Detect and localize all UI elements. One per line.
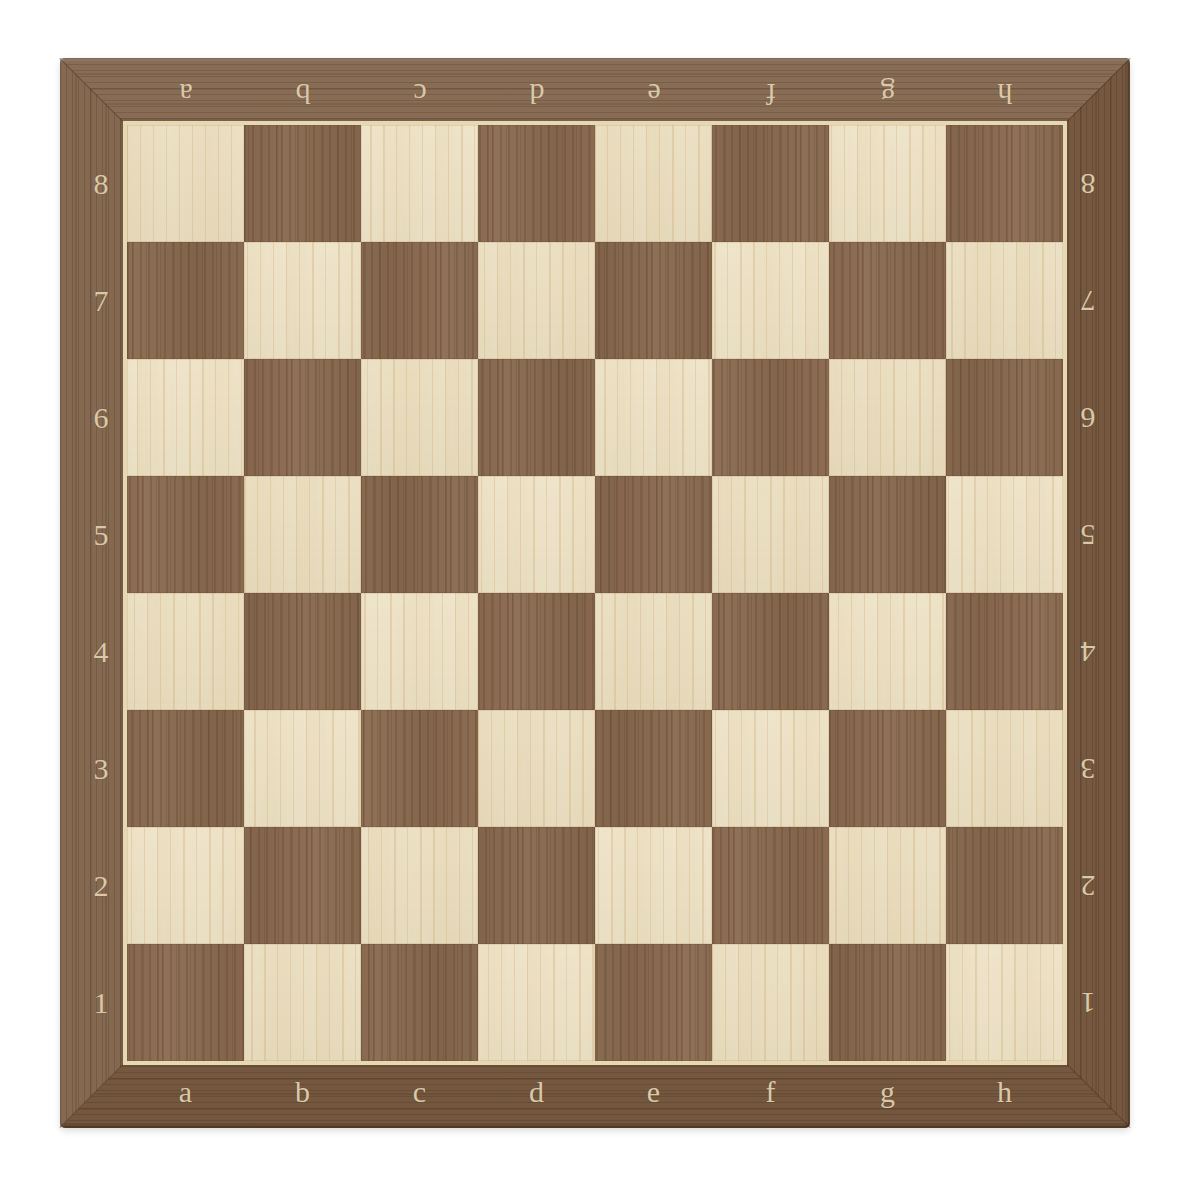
file-label-bottom-g: g bbox=[880, 1077, 895, 1107]
square-c4[interactable] bbox=[361, 593, 478, 710]
square-g3[interactable] bbox=[829, 710, 946, 827]
square-e6[interactable] bbox=[595, 359, 712, 476]
square-h1[interactable] bbox=[946, 944, 1063, 1061]
square-f3[interactable] bbox=[712, 710, 829, 827]
square-e8[interactable] bbox=[595, 125, 712, 242]
square-e1[interactable] bbox=[595, 944, 712, 1061]
rank-label-right-3: 3 bbox=[1081, 754, 1096, 784]
file-label-top-a: a bbox=[179, 79, 192, 109]
rank-label-left-5: 5 bbox=[94, 520, 109, 550]
file-label-bottom-h: h bbox=[997, 1077, 1012, 1107]
square-h8[interactable] bbox=[946, 125, 1063, 242]
file-label-top-e: e bbox=[647, 79, 660, 109]
rank-label-left-8: 8 bbox=[94, 169, 109, 199]
rank-label-right-2: 2 bbox=[1081, 871, 1096, 901]
square-g5[interactable] bbox=[829, 476, 946, 593]
square-h5[interactable] bbox=[946, 476, 1063, 593]
square-a2[interactable] bbox=[127, 827, 244, 944]
square-b1[interactable] bbox=[244, 944, 361, 1061]
square-h4[interactable] bbox=[946, 593, 1063, 710]
rank-label-right-7: 7 bbox=[1081, 286, 1096, 316]
file-label-bottom-a: a bbox=[179, 1077, 192, 1107]
square-f6[interactable] bbox=[712, 359, 829, 476]
square-f5[interactable] bbox=[712, 476, 829, 593]
square-a4[interactable] bbox=[127, 593, 244, 710]
square-b6[interactable] bbox=[244, 359, 361, 476]
square-d8[interactable] bbox=[478, 125, 595, 242]
square-b4[interactable] bbox=[244, 593, 361, 710]
rank-label-right-8: 8 bbox=[1081, 169, 1096, 199]
square-g6[interactable] bbox=[829, 359, 946, 476]
square-f8[interactable] bbox=[712, 125, 829, 242]
rank-label-left-6: 6 bbox=[94, 403, 109, 433]
square-g2[interactable] bbox=[829, 827, 946, 944]
square-e4[interactable] bbox=[595, 593, 712, 710]
square-g1[interactable] bbox=[829, 944, 946, 1061]
file-label-top-h: h bbox=[997, 79, 1012, 109]
square-b8[interactable] bbox=[244, 125, 361, 242]
rank-label-right-1: 1 bbox=[1081, 988, 1096, 1018]
square-e5[interactable] bbox=[595, 476, 712, 593]
file-label-bottom-c: c bbox=[413, 1077, 426, 1107]
square-h7[interactable] bbox=[946, 242, 1063, 359]
square-c5[interactable] bbox=[361, 476, 478, 593]
square-h2[interactable] bbox=[946, 827, 1063, 944]
square-b5[interactable] bbox=[244, 476, 361, 593]
square-e2[interactable] bbox=[595, 827, 712, 944]
square-d6[interactable] bbox=[478, 359, 595, 476]
rank-label-right-5: 5 bbox=[1081, 520, 1096, 550]
square-a8[interactable] bbox=[127, 125, 244, 242]
rank-label-left-4: 4 bbox=[94, 637, 109, 667]
square-h3[interactable] bbox=[946, 710, 1063, 827]
file-label-bottom-b: b bbox=[295, 1077, 310, 1107]
square-g4[interactable] bbox=[829, 593, 946, 710]
rank-label-left-2: 2 bbox=[94, 871, 109, 901]
square-d1[interactable] bbox=[478, 944, 595, 1061]
square-c8[interactable] bbox=[361, 125, 478, 242]
rank-label-left-7: 7 bbox=[94, 286, 109, 316]
file-label-top-f: f bbox=[766, 79, 776, 109]
file-label-bottom-e: e bbox=[647, 1077, 660, 1107]
square-d2[interactable] bbox=[478, 827, 595, 944]
rank-label-left-1: 1 bbox=[94, 988, 109, 1018]
square-g8[interactable] bbox=[829, 125, 946, 242]
square-d7[interactable] bbox=[478, 242, 595, 359]
chess-board: aa88bb77cc66dd55ee44ff33gg22hh11 bbox=[60, 58, 1130, 1128]
square-c3[interactable] bbox=[361, 710, 478, 827]
square-b2[interactable] bbox=[244, 827, 361, 944]
board-squares-grid bbox=[123, 121, 1067, 1065]
file-label-bottom-f: f bbox=[766, 1077, 776, 1107]
square-f2[interactable] bbox=[712, 827, 829, 944]
square-f7[interactable] bbox=[712, 242, 829, 359]
square-c2[interactable] bbox=[361, 827, 478, 944]
file-label-top-d: d bbox=[529, 79, 544, 109]
square-d3[interactable] bbox=[478, 710, 595, 827]
square-a1[interactable] bbox=[127, 944, 244, 1061]
file-label-top-b: b bbox=[295, 79, 310, 109]
square-h6[interactable] bbox=[946, 359, 1063, 476]
square-a3[interactable] bbox=[127, 710, 244, 827]
rank-label-right-4: 4 bbox=[1081, 637, 1096, 667]
square-d4[interactable] bbox=[478, 593, 595, 710]
square-e7[interactable] bbox=[595, 242, 712, 359]
rank-label-right-6: 6 bbox=[1081, 403, 1096, 433]
file-label-bottom-d: d bbox=[529, 1077, 544, 1107]
square-a5[interactable] bbox=[127, 476, 244, 593]
square-b3[interactable] bbox=[244, 710, 361, 827]
square-f4[interactable] bbox=[712, 593, 829, 710]
square-g7[interactable] bbox=[829, 242, 946, 359]
square-a7[interactable] bbox=[127, 242, 244, 359]
square-c1[interactable] bbox=[361, 944, 478, 1061]
square-a6[interactable] bbox=[127, 359, 244, 476]
square-e3[interactable] bbox=[595, 710, 712, 827]
square-b7[interactable] bbox=[244, 242, 361, 359]
file-label-top-g: g bbox=[880, 79, 895, 109]
square-c7[interactable] bbox=[361, 242, 478, 359]
file-label-top-c: c bbox=[413, 79, 426, 109]
square-c6[interactable] bbox=[361, 359, 478, 476]
square-f1[interactable] bbox=[712, 944, 829, 1061]
rank-label-left-3: 3 bbox=[94, 754, 109, 784]
square-d5[interactable] bbox=[478, 476, 595, 593]
